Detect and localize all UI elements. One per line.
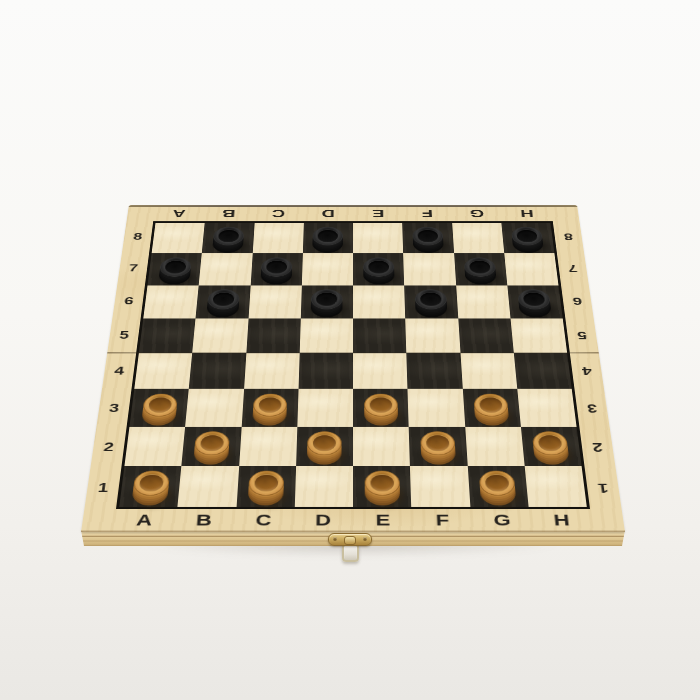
- file-label-top-cell-f: F: [402, 206, 452, 221]
- square-a6[interactable]: [143, 285, 199, 318]
- checker-wood-c3[interactable]: [253, 394, 288, 417]
- checker-dish: [369, 397, 392, 412]
- square-g3[interactable]: [462, 389, 520, 427]
- rank-label-right-cell-2: 2: [579, 427, 615, 467]
- rank-label-right-cell-1: 1: [585, 467, 622, 509]
- rank-label-left-6: 6: [123, 295, 134, 307]
- checker-dish: [316, 293, 337, 306]
- file-label-top-d: D: [321, 207, 334, 220]
- file-label-bottom-g: G: [493, 511, 512, 530]
- square-d2[interactable]: [296, 426, 353, 465]
- checker-dish: [164, 261, 186, 274]
- square-g2[interactable]: [465, 426, 525, 465]
- rank-label-right-cell-3: 3: [575, 389, 610, 427]
- square-b2[interactable]: [182, 426, 242, 465]
- file-label-top-f: F: [422, 207, 434, 220]
- checker-dish: [259, 397, 282, 412]
- rank-label-right-1: 1: [597, 480, 609, 495]
- file-label-top-cell-d: D: [303, 206, 353, 221]
- square-g7[interactable]: [454, 253, 507, 285]
- checker-dish: [479, 397, 503, 412]
- square-e7[interactable]: [353, 253, 404, 285]
- checker-wood-d2[interactable]: [307, 431, 342, 455]
- checker-dish: [485, 475, 510, 492]
- file-label-top-c: C: [272, 207, 286, 220]
- rank-label-left-2: 2: [103, 440, 115, 455]
- checker-dish: [148, 397, 172, 412]
- square-f3[interactable]: [408, 389, 465, 427]
- square-h3[interactable]: [517, 389, 576, 427]
- file-label-bottom-cell-h: H: [531, 510, 593, 532]
- square-a3[interactable]: [129, 389, 188, 427]
- checker-wood-c1[interactable]: [248, 471, 284, 496]
- square-h2[interactable]: [521, 426, 582, 465]
- checker-dish: [469, 261, 491, 274]
- checker-wood-a3[interactable]: [142, 394, 178, 417]
- square-b5[interactable]: [192, 318, 248, 353]
- checker-dish: [538, 435, 563, 451]
- square-c5[interactable]: [246, 318, 301, 353]
- checker-black-f8[interactable]: [412, 227, 443, 246]
- file-label-bottom-a: A: [135, 511, 153, 530]
- square-h4[interactable]: [514, 353, 572, 389]
- square-d3[interactable]: [297, 389, 353, 427]
- square-c3[interactable]: [241, 389, 298, 427]
- file-label-bottom-f: F: [435, 511, 449, 530]
- rank-label-left-1: 1: [97, 480, 109, 495]
- rank-label-right-7: 7: [567, 262, 578, 274]
- square-h7[interactable]: [504, 253, 558, 285]
- checker-wood-e3[interactable]: [364, 394, 398, 417]
- square-c4[interactable]: [244, 353, 300, 389]
- rank-label-right-cell-5: 5: [565, 318, 598, 353]
- checker-wood-b2[interactable]: [194, 431, 230, 455]
- checker-dish: [426, 435, 450, 451]
- clasp-loop: [342, 544, 359, 562]
- rank-label-left-cell-4: 4: [102, 353, 136, 389]
- checker-black-h6[interactable]: [518, 289, 552, 309]
- file-label-bottom-cell-c: C: [233, 510, 294, 532]
- file-label-top-cell-e: E: [353, 206, 403, 221]
- rank-label-right-8: 8: [563, 231, 573, 242]
- square-a1[interactable]: [119, 466, 181, 507]
- checker-dish: [417, 230, 438, 242]
- square-c7[interactable]: [250, 253, 302, 285]
- checker-dish: [212, 293, 234, 306]
- checker-dish: [368, 261, 389, 274]
- square-a8[interactable]: [152, 223, 205, 254]
- rank-label-left-cell-7: 7: [117, 252, 149, 284]
- square-g8[interactable]: [452, 223, 504, 254]
- rank-label-right-cell-4: 4: [570, 353, 604, 389]
- checker-black-c7[interactable]: [261, 257, 293, 276]
- rank-label-left-7: 7: [128, 262, 139, 274]
- file-label-top-cell-g: G: [452, 206, 503, 221]
- checker-black-d8[interactable]: [313, 227, 344, 246]
- clasp-screw-left: [333, 537, 337, 541]
- square-b8[interactable]: [202, 223, 254, 254]
- square-h8[interactable]: [501, 223, 554, 254]
- rank-label-right-3: 3: [586, 401, 598, 415]
- file-label-top-g: G: [470, 207, 485, 220]
- file-label-bottom-d: D: [315, 511, 331, 530]
- rank-label-left-cell-6: 6: [112, 284, 145, 318]
- square-c8[interactable]: [252, 223, 303, 254]
- checker-black-b8[interactable]: [213, 227, 245, 246]
- photo-background: ABCDEFGH ABCDEFGH 87654321 87654321: [0, 0, 700, 700]
- square-e5[interactable]: [353, 318, 407, 353]
- rank-label-left-cell-8: 8: [122, 221, 153, 252]
- checker-black-f6[interactable]: [415, 289, 447, 309]
- checker-dish: [200, 435, 224, 451]
- checker-dish: [254, 475, 278, 492]
- checker-black-d6[interactable]: [311, 289, 343, 309]
- file-labels-top: ABCDEFGH: [153, 206, 552, 221]
- clasp-knob: [344, 536, 356, 545]
- square-b6[interactable]: [196, 285, 251, 318]
- rank-label-left-5: 5: [119, 329, 130, 342]
- square-c1[interactable]: [236, 466, 296, 507]
- square-d6[interactable]: [301, 285, 353, 318]
- file-label-bottom-h: H: [553, 511, 571, 530]
- square-f8[interactable]: [402, 223, 453, 254]
- checker-dish: [523, 293, 545, 306]
- file-label-top-e: E: [372, 207, 384, 220]
- checker-wood-a1[interactable]: [132, 471, 170, 496]
- checker-dish: [517, 230, 539, 242]
- file-label-bottom-cell-f: F: [412, 510, 473, 532]
- file-label-top-cell-b: B: [203, 206, 254, 221]
- file-labels-bottom: ABCDEFGH: [113, 510, 593, 532]
- square-f1[interactable]: [410, 466, 470, 507]
- square-f6[interactable]: [404, 285, 457, 318]
- rank-label-left-cell-5: 5: [107, 318, 140, 353]
- checker-dish: [138, 475, 163, 492]
- rank-label-right-4: 4: [581, 364, 593, 377]
- square-b3[interactable]: [185, 389, 243, 427]
- file-label-top-cell-a: A: [153, 206, 204, 221]
- file-label-bottom-cell-e: E: [353, 510, 413, 532]
- checker-dish: [313, 435, 336, 451]
- square-d4[interactable]: [298, 353, 353, 389]
- file-label-bottom-cell-g: G: [472, 510, 533, 532]
- checker-dish: [318, 230, 338, 242]
- file-label-top-a: A: [172, 207, 187, 220]
- clasp-screw-right: [363, 537, 367, 541]
- brass-clasp: [328, 533, 372, 562]
- rank-label-right-cell-8: 8: [553, 221, 584, 252]
- square-d8[interactable]: [303, 223, 353, 254]
- file-label-bottom-cell-d: D: [293, 510, 353, 532]
- file-label-bottom-c: C: [255, 511, 272, 530]
- play-area: [116, 221, 590, 509]
- square-b7[interactable]: [199, 253, 252, 285]
- square-e2[interactable]: [353, 426, 410, 465]
- square-a4[interactable]: [134, 353, 192, 389]
- file-label-top-cell-h: H: [501, 206, 552, 221]
- square-g5[interactable]: [458, 318, 514, 353]
- square-g6[interactable]: [456, 285, 511, 318]
- square-b4[interactable]: [189, 353, 246, 389]
- file-label-top-h: H: [520, 207, 535, 220]
- checker-wood-e1[interactable]: [364, 471, 399, 496]
- file-label-top-b: B: [222, 207, 236, 220]
- checker-black-a7[interactable]: [159, 257, 192, 276]
- file-label-bottom-cell-a: A: [113, 510, 175, 532]
- checker-black-g7[interactable]: [464, 257, 496, 276]
- checker-black-h8[interactable]: [511, 227, 543, 246]
- file-label-bottom-cell-b: B: [173, 510, 234, 532]
- checker-wood-f2[interactable]: [420, 431, 455, 455]
- checker-dish: [218, 230, 239, 242]
- square-f7[interactable]: [403, 253, 455, 285]
- rank-label-left-4: 4: [113, 364, 125, 377]
- square-d7[interactable]: [302, 253, 353, 285]
- square-b1[interactable]: [178, 466, 239, 507]
- square-f2[interactable]: [409, 426, 467, 465]
- rank-label-left-8: 8: [133, 231, 143, 242]
- checker-dish: [420, 293, 442, 306]
- square-g1[interactable]: [467, 466, 528, 507]
- square-h6[interactable]: [507, 285, 563, 318]
- rank-label-right-6: 6: [572, 295, 583, 307]
- square-e3[interactable]: [353, 389, 409, 427]
- square-f5[interactable]: [405, 318, 460, 353]
- file-label-bottom-b: B: [195, 511, 212, 530]
- square-e4[interactable]: [353, 353, 408, 389]
- square-e8[interactable]: [353, 223, 403, 254]
- square-a5[interactable]: [139, 318, 196, 353]
- square-g4[interactable]: [460, 353, 517, 389]
- square-a7[interactable]: [148, 253, 202, 285]
- square-f4[interactable]: [407, 353, 463, 389]
- file-label-bottom-e: E: [375, 511, 390, 530]
- square-d1[interactable]: [295, 466, 353, 507]
- checker-dish: [370, 475, 394, 492]
- square-h5[interactable]: [510, 318, 567, 353]
- checker-wood-g3[interactable]: [473, 394, 508, 417]
- square-e1[interactable]: [353, 466, 411, 507]
- file-label-top-cell-c: C: [253, 206, 303, 221]
- square-h1[interactable]: [524, 466, 586, 507]
- checker-black-b6[interactable]: [207, 289, 240, 309]
- rank-label-right-2: 2: [591, 440, 603, 455]
- square-a2[interactable]: [124, 426, 185, 465]
- rank-label-right-5: 5: [576, 329, 587, 342]
- checker-wood-g1[interactable]: [479, 471, 516, 496]
- square-c2[interactable]: [239, 426, 297, 465]
- square-d5[interactable]: [299, 318, 353, 353]
- checker-wood-h2[interactable]: [532, 431, 569, 455]
- checker-dish: [266, 261, 287, 274]
- checkers-board: ABCDEFGH ABCDEFGH 87654321 87654321: [81, 205, 625, 532]
- square-e6[interactable]: [353, 285, 405, 318]
- rank-label-right-cell-6: 6: [561, 284, 594, 318]
- rank-label-left-3: 3: [108, 401, 120, 415]
- rank-label-right-cell-7: 7: [557, 252, 589, 284]
- square-c6[interactable]: [248, 285, 301, 318]
- checker-black-e7[interactable]: [363, 257, 394, 276]
- clasp-plate: [328, 533, 372, 546]
